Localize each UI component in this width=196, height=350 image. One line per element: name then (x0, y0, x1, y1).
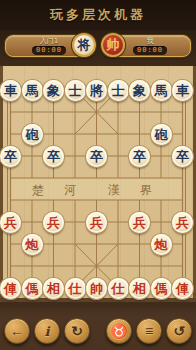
piece-black-cannon[interactable]: 砲 (151, 124, 172, 145)
self-name: 我 (147, 37, 154, 45)
piece-black-soldier[interactable]: 卒 (172, 146, 193, 167)
piece-red-advisor[interactable]: 仕 (108, 278, 129, 299)
piece-black-soldier[interactable]: 卒 (43, 146, 64, 167)
piece-black-soldier[interactable]: 卒 (0, 146, 21, 167)
opponent-name: 入门1 (40, 37, 58, 45)
self-timer: 00:00 (133, 46, 167, 55)
bull-icon: ♉ (110, 324, 127, 338)
restart-button[interactable]: ↻ (64, 318, 90, 344)
piece-red-general[interactable]: 帥 (86, 278, 107, 299)
piece-red-chariot[interactable]: 俥 (0, 278, 21, 299)
piece-red-cannon[interactable]: 炮 (151, 234, 172, 255)
info-icon: i (45, 325, 50, 338)
undo-arrow-icon: ↺ (173, 324, 185, 338)
piece-red-soldier[interactable]: 兵 (0, 212, 21, 233)
xiangqi-board[interactable]: 楚 河 漢 界 車馬象士將士象馬車砲砲卒卒卒卒卒兵兵兵兵兵炮炮俥傌相仕帥仕相傌俥 (0, 66, 196, 302)
opponent-avatar-black-general: 将 (72, 33, 96, 57)
piece-red-chariot[interactable]: 俥 (172, 278, 193, 299)
piece-red-elephant[interactable]: 相 (43, 278, 64, 299)
hint-button[interactable]: ♉ (106, 318, 132, 344)
piece-black-chariot[interactable]: 車 (172, 80, 193, 101)
bottom-toolbar: ← i ↻ ♉ ≡ ↺ (0, 302, 196, 350)
menu-lines-icon: ≡ (145, 324, 153, 338)
piece-black-advisor[interactable]: 士 (108, 80, 129, 101)
page-title: 玩多层次机器 (50, 6, 146, 24)
restart-arrows-icon: ↻ (71, 324, 83, 338)
piece-red-cannon[interactable]: 炮 (22, 234, 43, 255)
piece-red-horse[interactable]: 傌 (151, 278, 172, 299)
piece-black-chariot[interactable]: 車 (0, 80, 21, 101)
opponent-timer: 00:00 (32, 46, 66, 55)
pieces-layer: 車馬象士將士象馬車砲砲卒卒卒卒卒兵兵兵兵兵炮炮俥傌相仕帥仕相傌俥 (0, 66, 196, 302)
app-root: 玩多层次机器 入门1 00:00 将 我 00:00 帅 楚 河 漢 界 (0, 0, 196, 350)
piece-black-horse[interactable]: 馬 (22, 80, 43, 101)
players-row: 入门1 00:00 将 我 00:00 帅 (0, 30, 196, 66)
piece-black-horse[interactable]: 馬 (151, 80, 172, 101)
piece-red-horse[interactable]: 傌 (22, 278, 43, 299)
info-button[interactable]: i (34, 318, 60, 344)
menu-button[interactable]: ≡ (136, 318, 162, 344)
title-bar: 玩多层次机器 (0, 0, 196, 30)
back-arrow-icon: ← (10, 324, 24, 338)
piece-black-soldier[interactable]: 卒 (86, 146, 107, 167)
piece-black-elephant[interactable]: 象 (129, 80, 150, 101)
piece-red-soldier[interactable]: 兵 (86, 212, 107, 233)
piece-black-soldier[interactable]: 卒 (129, 146, 150, 167)
piece-black-elephant[interactable]: 象 (43, 80, 64, 101)
piece-black-cannon[interactable]: 砲 (22, 124, 43, 145)
self-avatar-red-general: 帅 (101, 33, 125, 57)
piece-black-advisor[interactable]: 士 (65, 80, 86, 101)
undo-button[interactable]: ↺ (166, 318, 192, 344)
piece-red-soldier[interactable]: 兵 (43, 212, 64, 233)
piece-red-advisor[interactable]: 仕 (65, 278, 86, 299)
piece-red-soldier[interactable]: 兵 (129, 212, 150, 233)
piece-black-general[interactable]: 將 (86, 80, 107, 101)
piece-red-elephant[interactable]: 相 (129, 278, 150, 299)
back-button[interactable]: ← (4, 318, 30, 344)
piece-red-soldier[interactable]: 兵 (172, 212, 193, 233)
